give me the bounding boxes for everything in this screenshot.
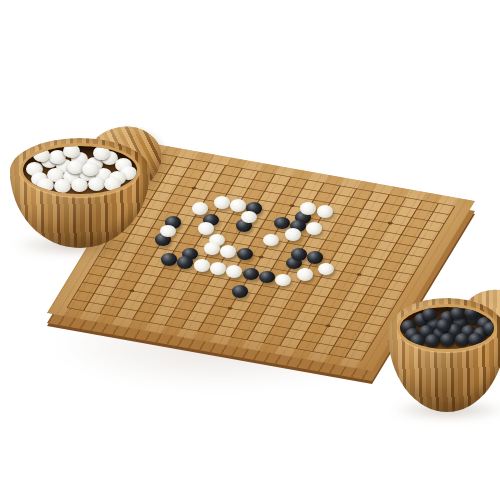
bowl-stone-black xyxy=(464,306,479,319)
black-stone: ● xyxy=(243,268,259,281)
white-stone: ○ xyxy=(194,259,210,272)
bowl-stone-white xyxy=(37,178,54,192)
bowl-stone-black xyxy=(425,334,440,347)
scene-caption: Angled product photo of a bamboo 19x19 G… xyxy=(0,0,1,1)
white-stone: ○ xyxy=(317,205,333,218)
bowl-stone-white xyxy=(33,148,50,162)
bowl-stone-white xyxy=(54,179,71,193)
bowl-stone-black xyxy=(410,334,425,347)
white-stone: ○ xyxy=(226,265,242,278)
bowl-stone-white xyxy=(63,144,80,158)
black-stone: ● xyxy=(274,217,290,230)
black-stone-bowl xyxy=(388,298,500,412)
bowl-stone-black xyxy=(450,307,465,320)
white-stone: ○ xyxy=(192,202,208,215)
bowl-stone-white xyxy=(88,177,105,191)
white-stone: ○ xyxy=(285,228,301,241)
black-stone: ● xyxy=(161,253,177,266)
bowl-stone-black xyxy=(468,333,483,346)
black-stone: ● xyxy=(177,256,193,269)
white-stone: ○ xyxy=(220,245,236,258)
white-stone: ○ xyxy=(297,268,313,281)
white-stone: ○ xyxy=(230,199,246,212)
white-stone: ○ xyxy=(214,196,230,209)
white-stone: ○ xyxy=(198,222,214,235)
bowl-stone-black xyxy=(436,319,451,332)
black-stone: ● xyxy=(291,248,307,261)
black-stone: ● xyxy=(232,285,248,298)
bowl-stone-white xyxy=(93,146,110,160)
white-stone: ○ xyxy=(210,262,226,275)
black-bowl-opening xyxy=(397,304,497,352)
bowl-stone-white xyxy=(104,177,121,191)
bowl-stone-white xyxy=(82,162,99,176)
black-stone: ● xyxy=(307,251,323,264)
bowl-stone-white xyxy=(71,178,88,192)
black-stone: ● xyxy=(237,248,253,261)
white-stone: ○ xyxy=(204,242,220,255)
product-photo-scene: Angled product photo of a bamboo 19x19 G… xyxy=(0,0,500,500)
bowl-stone-black xyxy=(483,322,497,335)
bowl-stone-black xyxy=(422,308,437,321)
bowl-stone-black xyxy=(440,333,455,346)
white-bowl-opening xyxy=(20,143,140,197)
